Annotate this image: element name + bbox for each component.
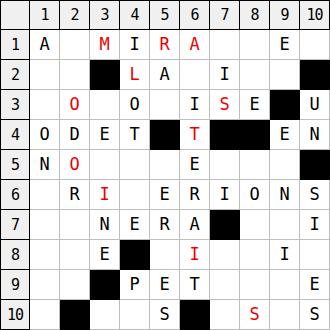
- cell-r3c5[interactable]: [150, 90, 180, 120]
- cell-r5c3[interactable]: [90, 150, 120, 180]
- block-cell-r3c9: [270, 90, 300, 120]
- block-cell-r9c3: [90, 270, 120, 300]
- cell-r5c8[interactable]: [240, 150, 270, 180]
- cell-r8c1[interactable]: [30, 240, 60, 270]
- cell-r1c5[interactable]: R: [150, 30, 180, 60]
- cell-r10c4[interactable]: [120, 300, 150, 330]
- cell-r3c6[interactable]: I: [180, 90, 210, 120]
- cell-r9c10[interactable]: E: [300, 270, 330, 300]
- block-cell-r5c10: [300, 150, 330, 180]
- cell-r3c4[interactable]: O: [120, 90, 150, 120]
- cell-r2c2[interactable]: [60, 60, 90, 90]
- cell-r7c6[interactable]: A: [180, 210, 210, 240]
- cell-r6c4[interactable]: [120, 180, 150, 210]
- cell-r8c5[interactable]: [150, 240, 180, 270]
- cell-r2c4[interactable]: L: [120, 60, 150, 90]
- column-header-8: 8: [240, 1, 270, 30]
- block-cell-r4c5: [150, 120, 180, 150]
- cell-r9c5[interactable]: E: [150, 270, 180, 300]
- cell-r6c2[interactable]: R: [60, 180, 90, 210]
- cell-r6c8[interactable]: O: [240, 180, 270, 210]
- row-header-6: 6: [1, 180, 30, 210]
- cell-r2c7[interactable]: I: [210, 60, 240, 90]
- cell-r9c9[interactable]: [270, 270, 300, 300]
- cell-r7c3[interactable]: N: [90, 210, 120, 240]
- cell-r7c4[interactable]: E: [120, 210, 150, 240]
- cell-r1c7[interactable]: [210, 30, 240, 60]
- cell-r7c10[interactable]: I: [300, 210, 330, 240]
- cell-r7c1[interactable]: [30, 210, 60, 240]
- row-header-4: 4: [1, 120, 30, 150]
- column-header-6: 6: [180, 1, 210, 30]
- crossword-board: 123456789101AMIRAE2LAI3OOISEU4ODETTEN5NO…: [0, 0, 330, 330]
- cell-r5c5[interactable]: [150, 150, 180, 180]
- cell-r3c3[interactable]: [90, 90, 120, 120]
- cell-r6c5[interactable]: E: [150, 180, 180, 210]
- cell-r2c1[interactable]: [30, 60, 60, 90]
- corner-cell: [1, 1, 30, 30]
- row-header-1: 1: [1, 30, 30, 60]
- block-cell-r2c3: [90, 60, 120, 90]
- cell-r6c6[interactable]: R: [180, 180, 210, 210]
- column-header-10: 10: [300, 1, 330, 30]
- row-header-10: 10: [1, 300, 30, 330]
- cell-r3c2[interactable]: O: [60, 90, 90, 120]
- cell-r10c9[interactable]: [270, 300, 300, 330]
- cell-r6c7[interactable]: I: [210, 180, 240, 210]
- cell-r8c7[interactable]: [210, 240, 240, 270]
- cell-r4c2[interactable]: D: [60, 120, 90, 150]
- cell-r1c8[interactable]: [240, 30, 270, 60]
- cell-r8c3[interactable]: E: [90, 240, 120, 270]
- cell-r1c6[interactable]: A: [180, 30, 210, 60]
- cell-r5c4[interactable]: [120, 150, 150, 180]
- block-cell-r10c2: [60, 300, 90, 330]
- cell-r9c6[interactable]: T: [180, 270, 210, 300]
- cell-r4c10[interactable]: N: [300, 120, 330, 150]
- cell-r10c8[interactable]: S: [240, 300, 270, 330]
- cell-r3c7[interactable]: S: [210, 90, 240, 120]
- cell-r10c1[interactable]: [30, 300, 60, 330]
- cell-r9c1[interactable]: [30, 270, 60, 300]
- row-header-2: 2: [1, 60, 30, 90]
- cell-r2c5[interactable]: A: [150, 60, 180, 90]
- cell-r5c2[interactable]: O: [60, 150, 90, 180]
- cell-r6c1[interactable]: [30, 180, 60, 210]
- cell-r1c10[interactable]: [300, 30, 330, 60]
- cell-r8c10[interactable]: [300, 240, 330, 270]
- column-header-7: 7: [210, 1, 240, 30]
- column-header-5: 5: [150, 1, 180, 30]
- block-cell-r8c4: [120, 240, 150, 270]
- cell-r1c1[interactable]: A: [30, 30, 60, 60]
- cell-r10c7[interactable]: [210, 300, 240, 330]
- cell-r7c5[interactable]: R: [150, 210, 180, 240]
- cell-r8c8[interactable]: [240, 240, 270, 270]
- row-header-7: 7: [1, 210, 30, 240]
- cell-r5c1[interactable]: N: [30, 150, 60, 180]
- column-header-2: 2: [60, 1, 90, 30]
- cell-r1c4[interactable]: I: [120, 30, 150, 60]
- column-header-4: 4: [120, 1, 150, 30]
- cell-r7c9[interactable]: [270, 210, 300, 240]
- cell-r5c7[interactable]: [210, 150, 240, 180]
- cell-r2c8[interactable]: [240, 60, 270, 90]
- block-cell-r10c6: [180, 300, 210, 330]
- cell-r9c7[interactable]: [210, 270, 240, 300]
- cell-r7c2[interactable]: [60, 210, 90, 240]
- cell-r4c6[interactable]: T: [180, 120, 210, 150]
- cell-r6c3[interactable]: I: [90, 180, 120, 210]
- cell-r10c3[interactable]: [90, 300, 120, 330]
- block-cell-r4c7: [210, 120, 240, 150]
- cell-r4c9[interactable]: E: [270, 120, 300, 150]
- cell-r6c10[interactable]: S: [300, 180, 330, 210]
- cell-r8c9[interactable]: I: [270, 240, 300, 270]
- cell-r10c5[interactable]: S: [150, 300, 180, 330]
- cell-r7c8[interactable]: [240, 210, 270, 240]
- cell-r10c10[interactable]: S: [300, 300, 330, 330]
- cell-r2c6[interactable]: [180, 60, 210, 90]
- cell-r4c3[interactable]: E: [90, 120, 120, 150]
- column-header-3: 3: [90, 1, 120, 30]
- cell-r6c9[interactable]: N: [270, 180, 300, 210]
- cell-r4c1[interactable]: O: [30, 120, 60, 150]
- block-cell-r2c10: [300, 60, 330, 90]
- cell-r3c8[interactable]: E: [240, 90, 270, 120]
- cell-r8c6[interactable]: I: [180, 240, 210, 270]
- cell-r3c1[interactable]: [30, 90, 60, 120]
- cell-r5c6[interactable]: E: [180, 150, 210, 180]
- cell-r8c2[interactable]: [60, 240, 90, 270]
- block-cell-r7c7: [210, 210, 240, 240]
- cell-r5c9[interactable]: [270, 150, 300, 180]
- row-header-5: 5: [1, 150, 30, 180]
- cell-r1c3[interactable]: M: [90, 30, 120, 60]
- cell-r2c9[interactable]: [270, 60, 300, 90]
- column-header-9: 9: [270, 1, 300, 30]
- column-header-1: 1: [30, 1, 60, 30]
- row-header-3: 3: [1, 90, 30, 120]
- block-cell-r4c8: [240, 120, 270, 150]
- cell-r4c4[interactable]: T: [120, 120, 150, 150]
- row-header-9: 9: [1, 270, 30, 300]
- cell-r1c2[interactable]: [60, 30, 90, 60]
- cell-r9c4[interactable]: P: [120, 270, 150, 300]
- cell-r1c9[interactable]: E: [270, 30, 300, 60]
- row-header-8: 8: [1, 240, 30, 270]
- cell-r3c10[interactable]: U: [300, 90, 330, 120]
- cell-r9c8[interactable]: [240, 270, 270, 300]
- cell-r9c2[interactable]: [60, 270, 90, 300]
